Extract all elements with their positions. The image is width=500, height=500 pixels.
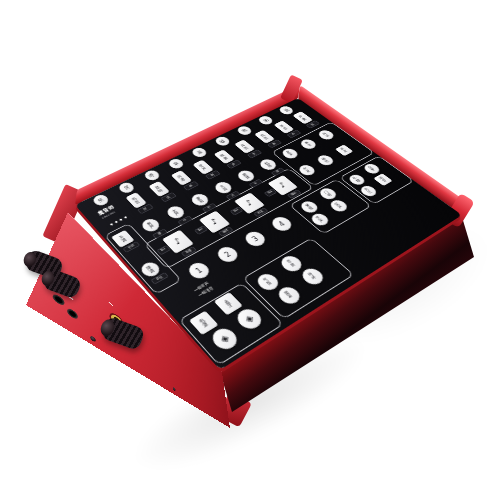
mode-button-label: 电音 [131,197,141,205]
ambience-button-label: 循环 [308,272,318,280]
pitch-up-button-label: 升调 [118,234,128,243]
voice-fx-button-label: 电话 [322,132,331,138]
effect-button: 嘘 [213,135,232,147]
voice-button-label: 娃娃 [241,172,251,179]
effect-button-label: 掌 [172,161,179,166]
mode-button-label: 喊麦 [219,153,229,160]
preset-button: 3 [242,229,269,249]
effect-button-label: 油 [262,118,269,122]
monitor-jack-3.5mm [67,307,78,319]
voice-fx-button-label: 麦克 [340,147,349,153]
voice-fx-button-label: 魔音 [304,141,313,147]
preset-button-label: 4 [277,220,286,227]
preset-button-label: 1 [194,267,204,275]
ambience-button-label: 气氛 [263,278,273,286]
mode-button-label: 高音 [240,143,250,150]
preset-button: 2 [214,244,241,265]
preset-button-label: 3 [250,235,260,242]
social-fx-button-label: 礼物 [352,176,361,182]
ambience-button-label: 禁麦 [284,291,294,300]
screw [90,335,96,342]
voice-button-label: 男声 [146,221,156,229]
voice-button-label: 机器 [263,161,273,168]
sound-fx-button-label: 警报 [305,203,314,210]
sound-fx-button-label: 哭声 [315,216,325,223]
port-label-mark [109,302,113,306]
music-button-label: ♪ [277,181,289,189]
music-button-label: ♪ [209,217,221,226]
voice-button-label: 萝莉 [195,196,205,204]
music-button-label: ♪ [244,199,256,208]
effect-button: 呼 [142,169,161,182]
mode-button-label: 录音 [279,124,289,130]
voice-fx-button-label: 磁性 [321,157,330,163]
mode-button-label: 伴奏 [298,115,307,121]
mode-button-label: 低音 [259,134,269,140]
effect-button: 亲 [190,146,209,158]
power-button-label: 电源 [198,317,210,328]
effect-button-label: 亲 [196,150,203,155]
effect-button-label: 呼 [148,173,155,178]
effect-button-label: 尬 [283,108,290,112]
music-button-label: ♪ [172,237,184,247]
effect-button: 鸦 [235,125,254,137]
diamond-button-label: ◈ [218,333,232,345]
voice-fx-button-label: 原声 [286,151,295,157]
mode-button-label: 变声 [198,164,208,171]
sound-fx-button-label: 笑声 [334,202,344,209]
bluetooth-button-label: 蓝牙 [222,299,234,309]
ambience-button-label: 音效 [286,260,296,268]
social-fx-button-label: 消音 [378,176,387,182]
preset-button-label: 2 [223,251,233,259]
effect-button-label: 鸦 [241,128,248,133]
social-fx-button-label: 点赞 [367,166,376,172]
voice-button-label: 大叔 [218,184,228,191]
social-fx-button-label: 关注 [364,188,374,195]
mode-button-label: 闪避 [176,174,186,181]
pitch-down-button-label: 降调 [145,265,156,274]
effect-button: 油 [257,115,275,126]
preset-button: 1 [185,260,213,281]
effect-button: 掌 [167,157,186,170]
effect-button-label: 嘘 [219,139,226,144]
scene: 魔音师 K-MAX PRO ● ● ● ● 一键变声 一键消音 笑哭呼掌亲嘘鸦油… [0,0,500,500]
effect-button-label: 笑 [97,197,105,202]
mode-button-label: 混响 [154,185,164,193]
voice-fx-button-label: 空灵 [303,167,312,173]
sound-fx-button-label: 门铃 [323,190,332,197]
diamond-button-label: ◈ [243,313,256,324]
voice-button-label: 女声 [171,208,181,216]
screw [173,387,175,391]
preset-button: 4 [268,214,295,233]
effect-button-label: 哭 [123,185,130,190]
